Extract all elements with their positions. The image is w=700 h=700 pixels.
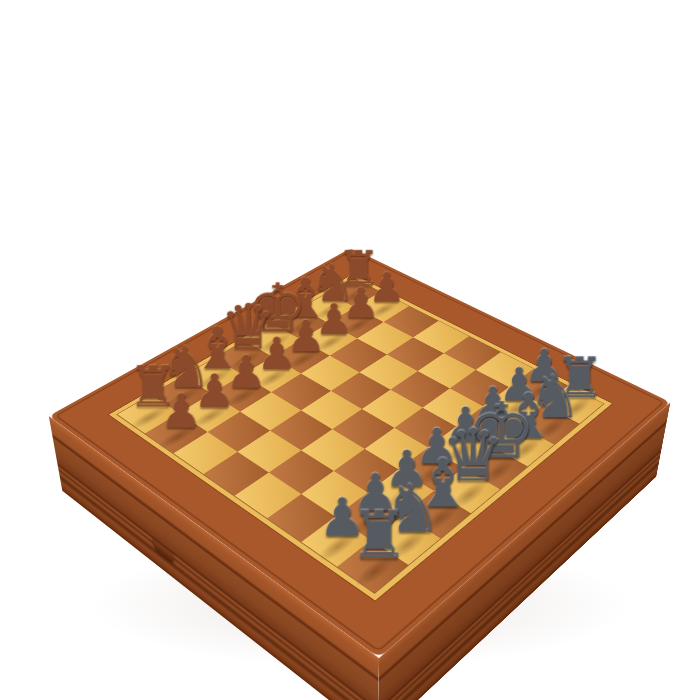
product-photo-scene: ♜♞♝♛♚♝♞♜♟♟♟♟♟♟♟♟♟♟♟♟♟♟♟♟♜♞♝♛♚♝♞♜ xyxy=(0,0,700,700)
chess-box: ♜♞♝♛♚♝♞♜♟♟♟♟♟♟♟♟♟♟♟♟♟♟♟♟♜♞♝♛♚♝♞♜ xyxy=(49,248,671,658)
box-lid: ♜♞♝♛♚♝♞♜♟♟♟♟♟♟♟♟♟♟♟♟♟♟♟♟♜♞♝♛♚♝♞♜ xyxy=(49,248,671,658)
drawer-notch[interactable] xyxy=(153,539,175,565)
perspective-wrapper: ♜♞♝♛♚♝♞♜♟♟♟♟♟♟♟♟♟♟♟♟♟♟♟♟♜♞♝♛♚♝♞♜ xyxy=(0,0,700,700)
